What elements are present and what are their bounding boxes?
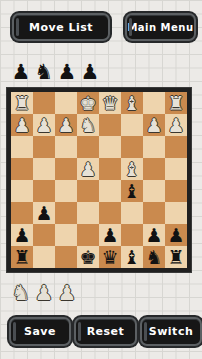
square-e4[interactable]: ♟ (77, 158, 99, 180)
piece-wK: ♚ (79, 92, 96, 114)
square-b1[interactable] (143, 92, 165, 114)
piece-bP: ♟ (101, 224, 118, 246)
square-a5[interactable] (165, 180, 187, 202)
main-menu-button[interactable]: Main Menu (125, 13, 196, 41)
square-h4[interactable] (11, 158, 33, 180)
square-d7[interactable]: ♟ (99, 224, 121, 246)
piece-bP: ♟ (35, 202, 52, 224)
captured-piece-wP: ♟ (56, 281, 78, 305)
move-list-button[interactable]: Move List (12, 13, 110, 41)
square-a2[interactable]: ♟ (165, 114, 187, 136)
square-c7[interactable] (121, 224, 143, 246)
square-g1[interactable] (33, 92, 55, 114)
square-e5[interactable] (77, 180, 99, 202)
save-button[interactable]: Save (9, 317, 71, 346)
piece-wP: ♟ (13, 114, 30, 136)
square-d5[interactable] (99, 180, 121, 202)
switch-button[interactable]: Switch (140, 317, 202, 346)
square-a3[interactable] (165, 136, 187, 158)
square-e3[interactable] (77, 136, 99, 158)
piece-bR: ♜ (167, 246, 184, 268)
square-a1[interactable]: ♜ (165, 92, 187, 114)
square-e6[interactable] (77, 202, 99, 224)
piece-bP: ♟ (13, 224, 30, 246)
reset-label: Reset (87, 325, 125, 338)
piece-wP: ♟ (145, 114, 162, 136)
square-h3[interactable] (11, 136, 33, 158)
square-f7[interactable] (55, 224, 77, 246)
square-f2[interactable]: ♟ (55, 114, 77, 136)
piece-bP: ♟ (145, 224, 162, 246)
square-e1[interactable]: ♚ (77, 92, 99, 114)
captured-piece-bN: ♞ (33, 60, 55, 84)
square-e8[interactable]: ♚ (77, 246, 99, 268)
captured-piece-bP: ♟ (56, 60, 78, 84)
square-g3[interactable] (33, 136, 55, 158)
square-g7[interactable] (33, 224, 55, 246)
square-h6[interactable] (11, 202, 33, 224)
piece-wN: ♞ (79, 114, 96, 136)
square-f3[interactable] (55, 136, 77, 158)
piece-wP: ♟ (167, 114, 184, 136)
square-b2[interactable]: ♟ (143, 114, 165, 136)
captured-piece-bP: ♟ (79, 60, 101, 84)
captured-pieces-white-tray: ♞♟♟ (10, 281, 78, 305)
piece-bQ: ♛ (101, 246, 118, 268)
app-background: Move List Main Menu ♟♞♟♟ ♜♚♛♝♜♟♟♟♞♟♟♟♝♝♟… (0, 0, 202, 359)
square-g2[interactable]: ♟ (33, 114, 55, 136)
square-a6[interactable] (165, 202, 187, 224)
square-h1[interactable]: ♜ (11, 92, 33, 114)
square-c1[interactable]: ♝ (121, 92, 143, 114)
square-h8[interactable]: ♜ (11, 246, 33, 268)
square-b5[interactable] (143, 180, 165, 202)
square-f4[interactable] (55, 158, 77, 180)
square-d6[interactable] (99, 202, 121, 224)
piece-wB: ♝ (123, 92, 140, 114)
square-c2[interactable] (121, 114, 143, 136)
square-h2[interactable]: ♟ (11, 114, 33, 136)
captured-piece-bP: ♟ (10, 60, 32, 84)
square-h5[interactable] (11, 180, 33, 202)
piece-bN: ♞ (145, 246, 162, 268)
square-d1[interactable]: ♛ (99, 92, 121, 114)
square-d8[interactable]: ♛ (99, 246, 121, 268)
square-c8[interactable]: ♝ (121, 246, 143, 268)
square-c3[interactable] (121, 136, 143, 158)
reset-button[interactable]: Reset (74, 317, 137, 346)
square-g4[interactable] (33, 158, 55, 180)
square-d3[interactable] (99, 136, 121, 158)
square-c5[interactable]: ♝ (121, 180, 143, 202)
square-a4[interactable] (165, 158, 187, 180)
square-c6[interactable] (121, 202, 143, 224)
save-label: Save (24, 325, 56, 338)
square-b3[interactable] (143, 136, 165, 158)
square-a7[interactable]: ♟ (165, 224, 187, 246)
piece-bR: ♜ (13, 246, 30, 268)
piece-bK: ♚ (79, 246, 96, 268)
square-b4[interactable] (143, 158, 165, 180)
square-a8[interactable]: ♜ (165, 246, 187, 268)
square-f8[interactable] (55, 246, 77, 268)
chess-board[interactable]: ♜♚♛♝♜♟♟♟♞♟♟♟♝♝♟♟♟♟♟♜♚♛♝♞♜ (7, 88, 191, 272)
square-d2[interactable] (99, 114, 121, 136)
piece-wB: ♝ (123, 158, 140, 180)
move-list-label: Move List (29, 21, 93, 34)
captured-piece-wP: ♟ (33, 281, 55, 305)
captured-pieces-black-tray: ♟♞♟♟ (10, 60, 101, 84)
square-e2[interactable]: ♞ (77, 114, 99, 136)
piece-wP: ♟ (57, 114, 74, 136)
square-g5[interactable] (33, 180, 55, 202)
square-b7[interactable]: ♟ (143, 224, 165, 246)
square-f1[interactable] (55, 92, 77, 114)
switch-label: Switch (149, 325, 193, 338)
square-b6[interactable] (143, 202, 165, 224)
captured-piece-wN: ♞ (10, 281, 32, 305)
piece-wP: ♟ (35, 114, 52, 136)
square-f6[interactable] (55, 202, 77, 224)
square-f5[interactable] (55, 180, 77, 202)
square-b8[interactable]: ♞ (143, 246, 165, 268)
piece-bB: ♝ (123, 180, 140, 202)
piece-wR: ♜ (167, 92, 184, 114)
square-g8[interactable] (33, 246, 55, 268)
square-e7[interactable] (77, 224, 99, 246)
square-h7[interactable]: ♟ (11, 224, 33, 246)
piece-bP: ♟ (167, 224, 184, 246)
piece-wR: ♜ (13, 92, 30, 114)
piece-wP: ♟ (79, 158, 96, 180)
square-d4[interactable] (99, 158, 121, 180)
main-menu-label: Main Menu (127, 22, 193, 33)
square-c4[interactable]: ♝ (121, 158, 143, 180)
piece-wQ: ♛ (101, 92, 118, 114)
square-g6[interactable]: ♟ (33, 202, 55, 224)
piece-bB: ♝ (123, 246, 140, 268)
